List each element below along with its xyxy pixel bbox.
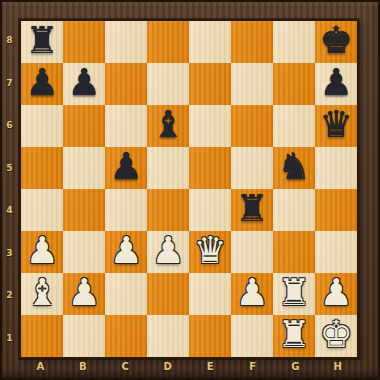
file-label-b: B (62, 359, 105, 374)
square-h5[interactable] (315, 147, 357, 189)
file-label-d: D (147, 359, 190, 374)
square-d4[interactable] (147, 189, 189, 231)
piece-black-rook[interactable]: ♜ (25, 22, 58, 59)
square-c4[interactable] (105, 189, 147, 231)
square-g6[interactable] (273, 105, 315, 147)
piece-black-knight[interactable]: ♞ (277, 148, 310, 185)
file-label-a: A (19, 359, 62, 374)
square-e2[interactable] (189, 273, 231, 315)
square-d3[interactable]: ♟ (147, 231, 189, 273)
file-label-c: C (104, 359, 147, 374)
rank-labels: 87654321 (0, 19, 19, 359)
square-h8[interactable]: ♚ (315, 21, 357, 63)
chess-board: ♜♚♟♟♟♝♛♟♞♜♟♟♟♛♝♟♟♜♟♜♚ (19, 19, 359, 359)
square-b1[interactable] (63, 315, 105, 357)
square-h2[interactable]: ♟ (315, 273, 357, 315)
file-label-h: H (317, 359, 360, 374)
rank-label-7: 7 (0, 62, 19, 105)
rank-label-1: 1 (0, 317, 19, 360)
square-c5[interactable]: ♟ (105, 147, 147, 189)
square-e7[interactable] (189, 63, 231, 105)
square-f4[interactable]: ♜ (231, 189, 273, 231)
square-h1[interactable]: ♚ (315, 315, 357, 357)
square-a1[interactable] (21, 315, 63, 357)
square-d6[interactable]: ♝ (147, 105, 189, 147)
piece-white-rook[interactable]: ♜ (277, 274, 310, 311)
square-a6[interactable] (21, 105, 63, 147)
square-a8[interactable]: ♜ (21, 21, 63, 63)
piece-black-bishop[interactable]: ♝ (151, 106, 184, 143)
square-b7[interactable]: ♟ (63, 63, 105, 105)
square-f7[interactable] (231, 63, 273, 105)
rank-label-8: 8 (0, 19, 19, 62)
piece-white-queen[interactable]: ♛ (193, 232, 226, 269)
square-g8[interactable] (273, 21, 315, 63)
square-e4[interactable] (189, 189, 231, 231)
square-a4[interactable] (21, 189, 63, 231)
square-b2[interactable]: ♟ (63, 273, 105, 315)
square-a7[interactable]: ♟ (21, 63, 63, 105)
square-b5[interactable] (63, 147, 105, 189)
piece-white-rook[interactable]: ♜ (277, 316, 310, 353)
square-a5[interactable] (21, 147, 63, 189)
square-d1[interactable] (147, 315, 189, 357)
file-label-g: G (274, 359, 317, 374)
piece-white-pawn[interactable]: ♟ (109, 232, 142, 269)
piece-white-pawn[interactable]: ♟ (319, 274, 352, 311)
square-g3[interactable] (273, 231, 315, 273)
piece-black-pawn[interactable]: ♟ (25, 64, 58, 101)
square-d2[interactable] (147, 273, 189, 315)
file-label-f: F (232, 359, 275, 374)
square-f8[interactable] (231, 21, 273, 63)
piece-white-pawn[interactable]: ♟ (25, 232, 58, 269)
rank-label-3: 3 (0, 232, 19, 275)
piece-white-pawn[interactable]: ♟ (151, 232, 184, 269)
square-h3[interactable] (315, 231, 357, 273)
square-g1[interactable]: ♜ (273, 315, 315, 357)
piece-black-queen[interactable]: ♛ (319, 106, 352, 143)
square-a2[interactable]: ♝ (21, 273, 63, 315)
file-labels: ABCDEFGH (19, 359, 359, 374)
piece-black-pawn[interactable]: ♟ (319, 64, 352, 101)
square-b4[interactable] (63, 189, 105, 231)
square-c8[interactable] (105, 21, 147, 63)
square-c6[interactable] (105, 105, 147, 147)
square-b3[interactable] (63, 231, 105, 273)
square-b6[interactable] (63, 105, 105, 147)
square-a3[interactable]: ♟ (21, 231, 63, 273)
piece-black-pawn[interactable]: ♟ (67, 64, 100, 101)
rank-label-4: 4 (0, 189, 19, 232)
rank-label-6: 6 (0, 104, 19, 147)
piece-white-bishop[interactable]: ♝ (25, 274, 58, 311)
square-d7[interactable] (147, 63, 189, 105)
square-g4[interactable] (273, 189, 315, 231)
square-f6[interactable] (231, 105, 273, 147)
board-frame: 87654321 ♜♚♟♟♟♝♛♟♞♜♟♟♟♛♝♟♟♜♟♜♚ ABCDEFGH (0, 0, 380, 380)
file-label-e: E (189, 359, 232, 374)
square-d8[interactable] (147, 21, 189, 63)
square-f2[interactable]: ♟ (231, 273, 273, 315)
square-g2[interactable]: ♜ (273, 273, 315, 315)
square-e6[interactable] (189, 105, 231, 147)
square-d5[interactable] (147, 147, 189, 189)
piece-black-king[interactable]: ♚ (319, 22, 352, 59)
square-c3[interactable]: ♟ (105, 231, 147, 273)
square-c7[interactable] (105, 63, 147, 105)
square-f5[interactable] (231, 147, 273, 189)
piece-black-pawn[interactable]: ♟ (109, 148, 142, 185)
square-h7[interactable]: ♟ (315, 63, 357, 105)
rank-label-5: 5 (0, 147, 19, 190)
square-h6[interactable]: ♛ (315, 105, 357, 147)
square-f3[interactable] (231, 231, 273, 273)
square-g5[interactable]: ♞ (273, 147, 315, 189)
piece-white-pawn[interactable]: ♟ (67, 274, 100, 311)
square-f1[interactable] (231, 315, 273, 357)
square-c2[interactable] (105, 273, 147, 315)
piece-white-king[interactable]: ♚ (319, 316, 352, 353)
square-b8[interactable] (63, 21, 105, 63)
square-h4[interactable] (315, 189, 357, 231)
square-e3[interactable]: ♛ (189, 231, 231, 273)
square-e1[interactable] (189, 315, 231, 357)
square-e8[interactable] (189, 21, 231, 63)
piece-white-pawn[interactable]: ♟ (235, 274, 268, 311)
square-e5[interactable] (189, 147, 231, 189)
rank-label-2: 2 (0, 274, 19, 317)
piece-black-rook[interactable]: ♜ (235, 190, 268, 227)
square-c1[interactable] (105, 315, 147, 357)
square-g7[interactable] (273, 63, 315, 105)
